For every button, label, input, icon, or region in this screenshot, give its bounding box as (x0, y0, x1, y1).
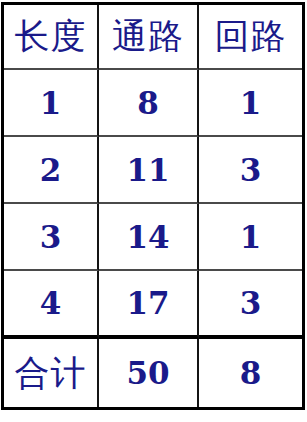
cell-circuits-row3: 1 (199, 204, 302, 271)
cell-length-row3: 3 (4, 204, 99, 271)
header-cell-length: 长度 (4, 5, 99, 70)
cell-length-row1: 1 (4, 70, 99, 137)
cell-circuits-row1: 1 (199, 70, 302, 137)
header-cell-circuits: 回路 (199, 5, 302, 70)
cell-length-row2: 2 (4, 137, 99, 204)
header-cell-paths: 通路 (99, 5, 199, 70)
total-label-cell: 合计 (4, 339, 99, 407)
cell-circuits-row2: 3 (199, 137, 302, 204)
cell-circuits-row4: 3 (199, 271, 302, 339)
cell-paths-row3: 14 (99, 204, 199, 271)
cell-paths-row1: 8 (99, 70, 199, 137)
cell-length-row4: 4 (4, 271, 99, 339)
total-paths-cell: 50 (99, 339, 199, 407)
statistics-table: 长度 通路 回路 1 8 1 2 11 3 3 14 1 4 17 3 合计 5… (1, 2, 305, 410)
cell-paths-row2: 11 (99, 137, 199, 204)
cell-paths-row4: 17 (99, 271, 199, 339)
total-circuits-cell: 8 (199, 339, 302, 407)
